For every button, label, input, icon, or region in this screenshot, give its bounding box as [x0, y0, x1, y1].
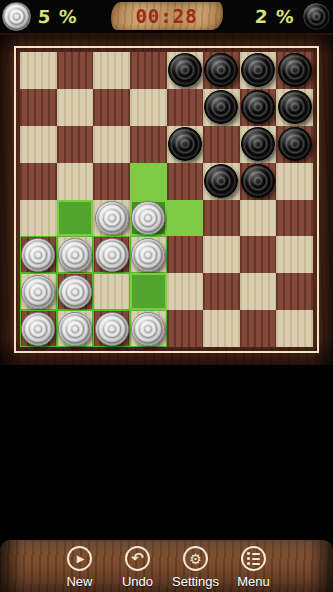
white-checker[interactable] — [58, 312, 92, 346]
undo-button-label: Undo — [122, 574, 153, 589]
settings-button[interactable]: ⚙Settings — [167, 546, 225, 589]
black-checker[interactable] — [204, 53, 238, 87]
square-r3c4[interactable] — [130, 126, 167, 163]
square-r3c3[interactable] — [93, 126, 130, 163]
board-frame — [14, 46, 319, 353]
timer-text: 00:28 — [135, 5, 197, 27]
timer-plank: 00:28 — [111, 2, 223, 30]
square-r3c7[interactable] — [240, 126, 277, 163]
square-r1c2[interactable] — [57, 52, 94, 89]
square-r5c4[interactable] — [130, 200, 167, 237]
black-checker[interactable] — [278, 127, 312, 161]
square-r8c2[interactable] — [57, 310, 94, 347]
square-r2c7[interactable] — [240, 89, 277, 126]
square-r4c6[interactable] — [203, 163, 240, 200]
square-r1c3[interactable] — [93, 52, 130, 89]
square-r8c4[interactable] — [130, 310, 167, 347]
square-r5c5[interactable] — [167, 200, 204, 237]
play-icon: ▶ — [67, 546, 92, 571]
black-checker[interactable] — [168, 127, 202, 161]
square-r6c1[interactable] — [20, 236, 57, 273]
black-checker[interactable] — [168, 53, 202, 87]
square-r1c7[interactable] — [240, 52, 277, 89]
square-r3c1[interactable] — [20, 126, 57, 163]
square-r1c6[interactable] — [203, 52, 240, 89]
square-r7c6[interactable] — [203, 273, 240, 310]
square-r7c1[interactable] — [20, 273, 57, 310]
square-r7c7[interactable] — [240, 273, 277, 310]
square-r4c5[interactable] — [167, 163, 204, 200]
white-score: 5 % — [37, 6, 78, 27]
white-checker[interactable] — [21, 275, 55, 309]
square-r8c5[interactable] — [167, 310, 204, 347]
square-r7c3[interactable] — [93, 273, 130, 310]
new-button[interactable]: ▶New — [51, 546, 109, 589]
square-r4c3[interactable] — [93, 163, 130, 200]
square-r2c5[interactable] — [167, 89, 204, 126]
square-r2c4[interactable] — [130, 89, 167, 126]
square-r7c4[interactable] — [130, 273, 167, 310]
undo-button[interactable]: ↶Undo — [109, 546, 167, 589]
white-checker-icon — [2, 2, 31, 31]
square-r2c3[interactable] — [93, 89, 130, 126]
square-r5c7[interactable] — [240, 200, 277, 237]
black-checker-icon — [302, 2, 331, 31]
undo-icon: ↶ — [125, 546, 150, 571]
square-r6c2[interactable] — [57, 236, 94, 273]
square-r7c8[interactable] — [276, 273, 313, 310]
square-r5c2[interactable] — [57, 200, 94, 237]
white-checker[interactable] — [131, 238, 165, 272]
square-r2c2[interactable] — [57, 89, 94, 126]
black-checker[interactable] — [204, 90, 238, 124]
checkers-app: 5 % 00:28 2 % ▶New↶Undo⚙SettingsMenu — [0, 0, 333, 592]
black-score: 2 % — [254, 6, 295, 27]
white-checker[interactable] — [131, 312, 165, 346]
square-r3c8[interactable] — [276, 126, 313, 163]
gear-icon: ⚙ — [183, 546, 208, 571]
square-r1c8[interactable] — [276, 52, 313, 89]
square-r4c4[interactable] — [130, 163, 167, 200]
square-r3c5[interactable] — [167, 126, 204, 163]
square-r3c6[interactable] — [203, 126, 240, 163]
square-r5c3[interactable] — [93, 200, 130, 237]
black-checker[interactable] — [241, 53, 275, 87]
bottom-toolbar: ▶New↶Undo⚙SettingsMenu — [0, 540, 333, 592]
black-checker[interactable] — [204, 164, 238, 198]
square-r1c1[interactable] — [20, 52, 57, 89]
board-wood-background — [0, 33, 333, 365]
white-checker[interactable] — [95, 201, 129, 235]
square-r1c4[interactable] — [130, 52, 167, 89]
white-checker[interactable] — [95, 312, 129, 346]
new-button-label: New — [66, 574, 92, 589]
menu-button[interactable]: Menu — [225, 546, 283, 589]
square-r5c8[interactable] — [276, 200, 313, 237]
black-checker[interactable] — [241, 127, 275, 161]
white-checker[interactable] — [131, 201, 165, 235]
square-r8c3[interactable] — [93, 310, 130, 347]
square-r7c2[interactable] — [57, 273, 94, 310]
black-player-status: 2 % — [255, 2, 331, 31]
square-r8c7[interactable] — [240, 310, 277, 347]
settings-button-label: Settings — [172, 574, 219, 589]
toolbar-buttons: ▶New↶Undo⚙SettingsMenu — [0, 540, 333, 589]
black-checker[interactable] — [278, 53, 312, 87]
top-status-bar: 5 % 00:28 2 % — [0, 0, 333, 33]
white-checker[interactable] — [95, 238, 129, 272]
square-r6c5[interactable] — [167, 236, 204, 273]
black-checker[interactable] — [241, 164, 275, 198]
white-checker[interactable] — [21, 312, 55, 346]
square-r6c7[interactable] — [240, 236, 277, 273]
square-r6c3[interactable] — [93, 236, 130, 273]
square-r4c2[interactable] — [57, 163, 94, 200]
menu-list-icon — [241, 546, 266, 571]
square-r7c5[interactable] — [167, 273, 204, 310]
checkers-board — [20, 52, 313, 347]
square-r2c8[interactable] — [276, 89, 313, 126]
square-r2c6[interactable] — [203, 89, 240, 126]
square-r8c1[interactable] — [20, 310, 57, 347]
lower-background — [0, 365, 333, 540]
black-checker[interactable] — [241, 90, 275, 124]
square-r1c5[interactable] — [167, 52, 204, 89]
square-r6c4[interactable] — [130, 236, 167, 273]
square-r8c6[interactable] — [203, 310, 240, 347]
square-r2c1[interactable] — [20, 89, 57, 126]
white-checker[interactable] — [58, 238, 92, 272]
square-r8c8[interactable] — [276, 310, 313, 347]
white-checker[interactable] — [58, 275, 92, 309]
square-r5c1[interactable] — [20, 200, 57, 237]
square-r4c1[interactable] — [20, 163, 57, 200]
menu-button-label: Menu — [237, 574, 270, 589]
white-player-status: 5 % — [2, 2, 78, 31]
square-r4c8[interactable] — [276, 163, 313, 200]
black-checker[interactable] — [278, 90, 312, 124]
square-r6c6[interactable] — [203, 236, 240, 273]
white-checker[interactable] — [21, 238, 55, 272]
square-r5c6[interactable] — [203, 200, 240, 237]
square-r3c2[interactable] — [57, 126, 94, 163]
square-r4c7[interactable] — [240, 163, 277, 200]
square-r6c8[interactable] — [276, 236, 313, 273]
